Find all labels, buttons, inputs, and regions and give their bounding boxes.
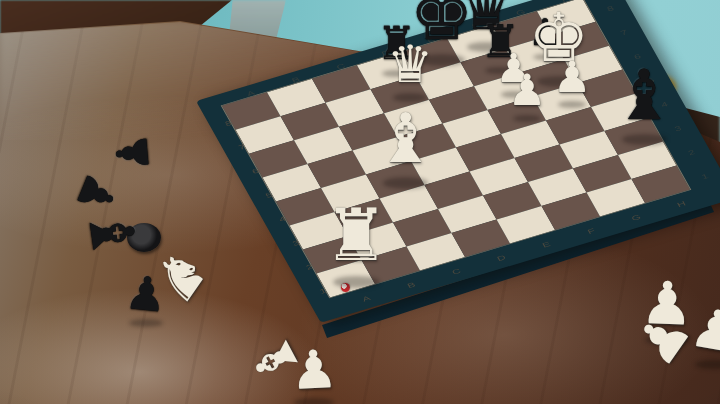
white-bishop-c4[interactable]: ♝ — [362, 105, 450, 173]
captured-white-pawn[interactable]: ♟ — [280, 342, 349, 398]
chess-photo-scene: AABBCCDDEEFFGGHH1122334455667788 ♜♝♛♟♟♟♚… — [0, 0, 720, 404]
piece-shadow — [333, 276, 380, 288]
black-bishop-h3[interactable]: ♝ — [600, 61, 689, 130]
piece-shadow — [513, 115, 541, 122]
white-rook-a1[interactable]: ♜ — [310, 200, 402, 272]
captured-black-bishop[interactable]: ♝ — [78, 193, 147, 275]
white-pawn-f5[interactable]: ♟ — [500, 69, 555, 112]
captured-black-pawn[interactable]: ♟ — [115, 268, 178, 320]
photo-layer: AABBCCDDEEFFGGHH1122334455667788 ♜♝♛♟♟♟♚… — [0, 0, 720, 404]
piece-shadow — [383, 177, 428, 188]
white-queen-d7[interactable]: ♛ — [377, 39, 443, 90]
